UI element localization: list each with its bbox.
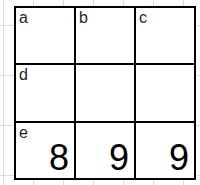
grid-cell-r3c2[interactable]: 9 [76, 123, 134, 178]
grid-cell-b[interactable]: b [76, 8, 134, 63]
grid-cell-r2c3[interactable] [136, 65, 194, 120]
grid-cell-e[interactable]: e 8 [16, 123, 74, 178]
cell-value: 8 [49, 140, 69, 176]
puzzle-grid: a b c d e 8 9 9 [14, 6, 196, 180]
cell-label: b [79, 9, 88, 27]
cell-value: 9 [169, 140, 189, 176]
cell-label: a [19, 9, 28, 27]
grid-cell-r3c3[interactable]: 9 [136, 123, 194, 178]
cell-label: e [19, 124, 28, 142]
cell-label: d [19, 66, 28, 84]
cell-label: c [139, 9, 147, 27]
grid-cell-a[interactable]: a [16, 8, 74, 63]
grid-cell-r2c2[interactable] [76, 65, 134, 120]
grid-cell-c[interactable]: c [136, 8, 194, 63]
cell-value: 9 [109, 140, 129, 176]
grid-cell-d[interactable]: d [16, 65, 74, 120]
